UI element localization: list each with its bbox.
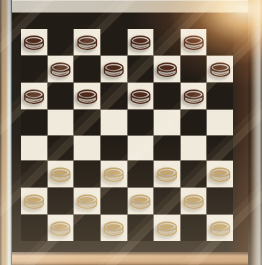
- checker-piece-light[interactable]: ⛂: [129, 187, 151, 213]
- checker-piece-light[interactable]: ⛂: [183, 187, 205, 213]
- board-square[interactable]: [128, 161, 154, 187]
- board-square[interactable]: ⛂: [128, 29, 154, 55]
- board-square[interactable]: [181, 136, 207, 161]
- checker-piece-light[interactable]: ⛂: [50, 214, 72, 240]
- checker-piece-dark[interactable]: ⛂: [209, 55, 231, 81]
- checker-piece-light[interactable]: ⛂: [23, 187, 45, 213]
- checker-piece-light[interactable]: ⛂: [50, 160, 72, 186]
- checker-piece-dark[interactable]: ⛂: [76, 28, 98, 54]
- board-square[interactable]: [207, 188, 233, 214]
- board-square[interactable]: ⛂: [128, 83, 154, 109]
- wood-frame-left: [0, 0, 12, 265]
- checker-piece-dark[interactable]: ⛂: [23, 82, 45, 108]
- board-square[interactable]: [128, 136, 154, 161]
- board-square[interactable]: [101, 83, 127, 109]
- board-square[interactable]: ⛂: [48, 56, 74, 82]
- board-square[interactable]: [128, 110, 154, 135]
- board-square[interactable]: [181, 110, 207, 135]
- board-square[interactable]: ⛂: [74, 188, 100, 214]
- board-square[interactable]: [128, 56, 154, 82]
- board-square[interactable]: ⛂: [154, 161, 180, 187]
- board-square[interactable]: [101, 110, 127, 135]
- board-square[interactable]: ⛂: [181, 83, 207, 109]
- wood-frame-top: [0, 0, 262, 13]
- board-square[interactable]: [74, 110, 100, 135]
- board-square[interactable]: [154, 110, 180, 135]
- checker-piece-dark[interactable]: ⛂: [23, 28, 45, 54]
- board-square[interactable]: [207, 110, 233, 135]
- board-photo: ⛂⛂⛂⛂⛂⛂⛂⛂⛂⛂⛂⛂⛂⛂⛂⛂⛂⛂⛂⛂⛂⛂⛂⛂: [0, 0, 262, 265]
- board-square[interactable]: ⛂: [48, 161, 74, 187]
- wood-frame-right: [248, 0, 262, 265]
- wood-frame-bottom: [0, 252, 262, 265]
- checker-piece-dark[interactable]: ⛂: [183, 28, 205, 54]
- board-square[interactable]: [207, 136, 233, 161]
- board-square[interactable]: [48, 188, 74, 214]
- board-square[interactable]: ⛂: [101, 161, 127, 187]
- board-square[interactable]: [101, 136, 127, 161]
- board-square[interactable]: [21, 215, 47, 241]
- board-square[interactable]: [48, 110, 74, 135]
- board-square[interactable]: [48, 29, 74, 55]
- board-square[interactable]: [48, 83, 74, 109]
- checker-piece-light[interactable]: ⛂: [156, 160, 178, 186]
- board-mat: ⛂⛂⛂⛂⛂⛂⛂⛂⛂⛂⛂⛂⛂⛂⛂⛂⛂⛂⛂⛂⛂⛂⛂⛂: [12, 13, 248, 252]
- board-square[interactable]: ⛂: [154, 215, 180, 241]
- board-square[interactable]: [207, 83, 233, 109]
- checker-piece-dark[interactable]: ⛂: [103, 55, 125, 81]
- board-square[interactable]: ⛂: [154, 56, 180, 82]
- checker-piece-light[interactable]: ⛂: [209, 160, 231, 186]
- checker-piece-light[interactable]: ⛂: [209, 214, 231, 240]
- board-square[interactable]: ⛂: [48, 215, 74, 241]
- checker-piece-light[interactable]: ⛂: [76, 187, 98, 213]
- board-square[interactable]: ⛂: [207, 215, 233, 241]
- board-square[interactable]: [21, 110, 47, 135]
- board-square[interactable]: [74, 56, 100, 82]
- checker-piece-dark[interactable]: ⛂: [129, 28, 151, 54]
- board-square[interactable]: ⛂: [207, 56, 233, 82]
- checker-piece-dark[interactable]: ⛂: [129, 82, 151, 108]
- board-square[interactable]: [21, 56, 47, 82]
- board-square[interactable]: ⛂: [181, 29, 207, 55]
- board-square[interactable]: [101, 188, 127, 214]
- board-square[interactable]: ⛂: [101, 215, 127, 241]
- board-square[interactable]: [154, 136, 180, 161]
- checker-piece-light[interactable]: ⛂: [103, 214, 125, 240]
- board-square[interactable]: [207, 29, 233, 55]
- board-square[interactable]: [181, 161, 207, 187]
- board-square[interactable]: [154, 29, 180, 55]
- checker-piece-dark[interactable]: ⛂: [76, 82, 98, 108]
- board-square[interactable]: ⛂: [21, 83, 47, 109]
- board-square[interactable]: [74, 215, 100, 241]
- board-square[interactable]: [154, 188, 180, 214]
- checker-piece-light[interactable]: ⛂: [103, 160, 125, 186]
- board-square[interactable]: ⛂: [181, 188, 207, 214]
- board-square[interactable]: [128, 215, 154, 241]
- board-square[interactable]: [74, 136, 100, 161]
- checker-piece-dark[interactable]: ⛂: [156, 55, 178, 81]
- checkers-board: ⛂⛂⛂⛂⛂⛂⛂⛂⛂⛂⛂⛂⛂⛂⛂⛂⛂⛂⛂⛂⛂⛂⛂⛂: [21, 29, 233, 241]
- checker-piece-dark[interactable]: ⛂: [50, 55, 72, 81]
- board-square[interactable]: [181, 56, 207, 82]
- board-square[interactable]: [181, 215, 207, 241]
- board-square[interactable]: ⛂: [128, 188, 154, 214]
- board-square[interactable]: ⛂: [74, 29, 100, 55]
- checker-piece-light[interactable]: ⛂: [156, 214, 178, 240]
- board-square[interactable]: ⛂: [101, 56, 127, 82]
- board-square[interactable]: ⛂: [207, 161, 233, 187]
- board-square[interactable]: [48, 136, 74, 161]
- board-square[interactable]: [154, 83, 180, 109]
- board-square[interactable]: ⛂: [21, 29, 47, 55]
- board-square[interactable]: ⛂: [21, 188, 47, 214]
- board-square[interactable]: [21, 136, 47, 161]
- board-square[interactable]: [101, 29, 127, 55]
- checker-piece-dark[interactable]: ⛂: [183, 82, 205, 108]
- board-square[interactable]: ⛂: [74, 83, 100, 109]
- board-square[interactable]: [74, 161, 100, 187]
- board-square[interactable]: [21, 161, 47, 187]
